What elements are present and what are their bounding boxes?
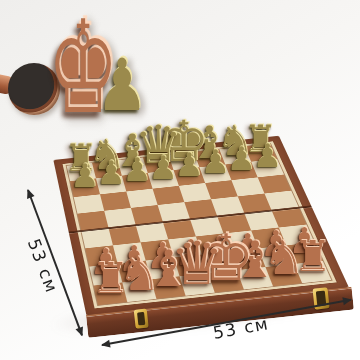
piece-brass-pawn-a7: ♟ — [69, 160, 102, 193]
loose-brass-pawn: ♟ — [93, 49, 151, 121]
piece-copper-rook-a1: ♜ — [89, 258, 132, 301]
product-photo-stage: ♚ ♟ ♜♞♝♛♚♝♞♜♟♟♟♟♟♟♟♟♟♟♟♟♟♟♟♟♜♞♝♛♚♝♞♜ 53 … — [0, 0, 360, 360]
